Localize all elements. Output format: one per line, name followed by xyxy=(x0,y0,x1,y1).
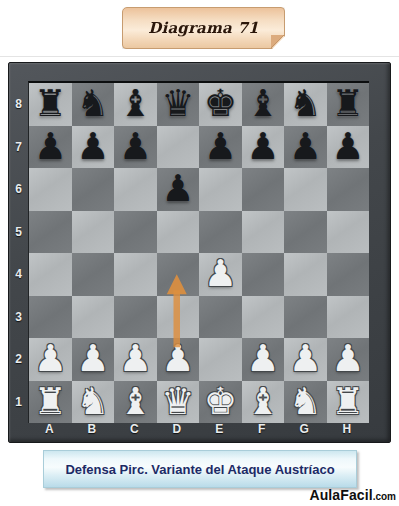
square-g7: ♟ xyxy=(284,126,327,169)
square-d5 xyxy=(157,211,200,254)
piece-black-knight-b8: ♞ xyxy=(76,83,109,125)
square-a4 xyxy=(29,253,72,296)
diagram-title: Diagrama 71 xyxy=(148,19,258,37)
piece-white-pawn-d2: ♟ xyxy=(161,338,194,380)
square-b1: ♞ xyxy=(72,381,115,424)
square-h4 xyxy=(327,253,370,296)
square-b5 xyxy=(72,211,115,254)
square-g4 xyxy=(284,253,327,296)
square-e5 xyxy=(199,211,242,254)
piece-white-bishop-f1: ♝ xyxy=(246,381,279,423)
piece-black-pawn-c7: ♟ xyxy=(119,126,152,168)
piece-black-pawn-e7: ♟ xyxy=(204,126,237,168)
file-label-g: G xyxy=(283,420,326,441)
piece-black-pawn-g7: ♟ xyxy=(289,126,322,168)
piece-white-rook-a1: ♜ xyxy=(34,381,67,423)
piece-white-pawn-f2: ♟ xyxy=(246,338,279,380)
square-f1: ♝ xyxy=(242,381,285,424)
file-label-h: H xyxy=(326,420,369,441)
square-a6 xyxy=(29,168,72,211)
square-e8: ♚ xyxy=(199,83,242,126)
square-b7: ♟ xyxy=(72,126,115,169)
square-c8: ♝ xyxy=(114,83,157,126)
square-f7: ♟ xyxy=(242,126,285,169)
square-h5 xyxy=(327,211,370,254)
square-h8: ♜ xyxy=(327,83,370,126)
piece-white-queen-d1: ♛ xyxy=(161,381,194,423)
square-e4: ♟ xyxy=(199,253,242,296)
square-f8: ♝ xyxy=(242,83,285,126)
square-h6 xyxy=(327,168,370,211)
square-f4 xyxy=(242,253,285,296)
square-g5 xyxy=(284,211,327,254)
square-a3 xyxy=(29,296,72,339)
banner-fold-corner-icon xyxy=(271,35,284,48)
piece-black-pawn-f7: ♟ xyxy=(246,126,279,168)
square-e6 xyxy=(199,168,242,211)
square-f6 xyxy=(242,168,285,211)
square-a5 xyxy=(29,211,72,254)
piece-black-bishop-f8: ♝ xyxy=(246,83,279,125)
square-a8: ♜ xyxy=(29,83,72,126)
piece-white-knight-g1: ♞ xyxy=(289,381,322,423)
rank-label-2: 2 xyxy=(9,338,28,381)
rank-label-1: 1 xyxy=(9,381,28,424)
file-label-f: F xyxy=(241,420,284,441)
square-f5 xyxy=(242,211,285,254)
square-c4 xyxy=(114,253,157,296)
piece-white-pawn-a2: ♟ xyxy=(34,338,67,380)
square-e1: ♚ xyxy=(199,381,242,424)
square-h2: ♟ xyxy=(327,338,370,381)
site-branding: AulaFacil.com xyxy=(310,486,397,504)
piece-white-rook-h1: ♜ xyxy=(331,381,364,423)
piece-white-knight-b1: ♞ xyxy=(76,381,109,423)
square-c2: ♟ xyxy=(114,338,157,381)
square-d1: ♛ xyxy=(157,381,200,424)
piece-black-rook-h8: ♜ xyxy=(331,83,364,125)
square-g3 xyxy=(284,296,327,339)
piece-white-pawn-g2: ♟ xyxy=(289,338,322,380)
square-f2: ♟ xyxy=(242,338,285,381)
piece-black-knight-g8: ♞ xyxy=(289,83,322,125)
square-d4 xyxy=(157,253,200,296)
piece-white-pawn-c2: ♟ xyxy=(119,338,152,380)
rank-label-8: 8 xyxy=(9,83,28,126)
file-label-c: C xyxy=(113,420,156,441)
square-c1: ♝ xyxy=(114,381,157,424)
piece-white-pawn-h2: ♟ xyxy=(331,338,364,380)
square-h1: ♜ xyxy=(327,381,370,424)
square-e2 xyxy=(199,338,242,381)
piece-black-queen-d8: ♛ xyxy=(161,83,194,125)
square-g8: ♞ xyxy=(284,83,327,126)
file-label-b: B xyxy=(71,420,114,441)
header-divider xyxy=(0,56,399,57)
square-b6 xyxy=(72,168,115,211)
piece-white-bishop-c1: ♝ xyxy=(119,381,152,423)
square-e3 xyxy=(199,296,242,339)
square-f3 xyxy=(242,296,285,339)
square-g6 xyxy=(284,168,327,211)
piece-black-king-e8: ♚ xyxy=(204,83,237,125)
chess-board-frame: ♜♞♝♛♚♝♞♜♟♟♟♟♟♟♟♟♟♟♟♟♟♟♟♟♜♞♝♛♚♝♞♜ 8765432… xyxy=(8,62,391,443)
file-label-d: D xyxy=(156,420,199,441)
square-b3 xyxy=(72,296,115,339)
chess-board-squares: ♜♞♝♛♚♝♞♜♟♟♟♟♟♟♟♟♟♟♟♟♟♟♟♟♜♞♝♛♚♝♞♜ xyxy=(28,81,369,423)
square-a2: ♟ xyxy=(29,338,72,381)
piece-black-rook-a8: ♜ xyxy=(34,83,67,125)
piece-black-pawn-b7: ♟ xyxy=(76,126,109,168)
square-d7 xyxy=(157,126,200,169)
square-h7: ♟ xyxy=(327,126,370,169)
caption-text: Defensa Pirc. Variante del Ataque Austrí… xyxy=(65,462,334,477)
square-g2: ♟ xyxy=(284,338,327,381)
square-h3 xyxy=(327,296,370,339)
square-c6 xyxy=(114,168,157,211)
square-c5 xyxy=(114,211,157,254)
piece-white-king-e1: ♚ xyxy=(204,381,237,423)
rank-label-3: 3 xyxy=(9,296,28,339)
piece-black-pawn-h7: ♟ xyxy=(331,126,364,168)
piece-white-pawn-b2: ♟ xyxy=(76,338,109,380)
square-b2: ♟ xyxy=(72,338,115,381)
brand-name: AulaFacil xyxy=(310,487,373,503)
piece-black-pawn-a7: ♟ xyxy=(34,126,67,168)
square-d2: ♟ xyxy=(157,338,200,381)
square-a1: ♜ xyxy=(29,381,72,424)
rank-label-5: 5 xyxy=(9,211,28,254)
square-d3 xyxy=(157,296,200,339)
square-d8: ♛ xyxy=(157,83,200,126)
rank-label-6: 6 xyxy=(9,168,28,211)
diagram-title-banner: Diagrama 71 xyxy=(122,7,285,49)
square-c3 xyxy=(114,296,157,339)
piece-white-pawn-e4: ♟ xyxy=(204,253,237,295)
piece-black-pawn-d6: ♟ xyxy=(161,168,194,210)
caption-box: Defensa Pirc. Variante del Ataque Austrí… xyxy=(43,450,357,488)
file-label-a: A xyxy=(28,420,71,441)
rank-label-7: 7 xyxy=(9,126,28,169)
brand-tld: .com xyxy=(373,491,396,502)
piece-black-bishop-c8: ♝ xyxy=(119,83,152,125)
square-a7: ♟ xyxy=(29,126,72,169)
rank-label-4: 4 xyxy=(9,253,28,296)
square-g1: ♞ xyxy=(284,381,327,424)
square-b8: ♞ xyxy=(72,83,115,126)
square-b4 xyxy=(72,253,115,296)
page: Diagrama 71 ♜♞♝♛♚♝♞♜♟♟♟♟♟♟♟♟♟♟♟♟♟♟♟♟♜♞♝♛… xyxy=(0,0,399,506)
file-label-e: E xyxy=(198,420,241,441)
square-c7: ♟ xyxy=(114,126,157,169)
square-e7: ♟ xyxy=(199,126,242,169)
square-d6: ♟ xyxy=(157,168,200,211)
